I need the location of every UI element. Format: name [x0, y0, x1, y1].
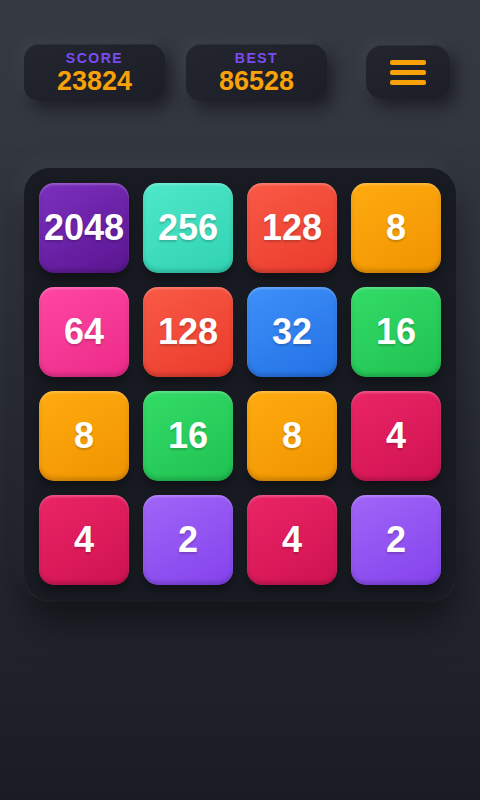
tile-8: 8 — [39, 391, 129, 481]
hamburger-icon — [390, 60, 426, 65]
best-panel: BEST 86528 — [186, 44, 327, 101]
board-grid: 20482561288641283216816844242 — [39, 183, 441, 585]
best-label: BEST — [235, 50, 278, 66]
tile-32: 32 — [247, 287, 337, 377]
tile-256: 256 — [143, 183, 233, 273]
best-value: 86528 — [219, 67, 294, 96]
tile-16: 16 — [351, 287, 441, 377]
hamburger-icon — [390, 70, 426, 75]
tile-8: 8 — [247, 391, 337, 481]
tile-8: 8 — [351, 183, 441, 273]
tile-4: 4 — [351, 391, 441, 481]
score-panel: SCORE 23824 — [24, 44, 165, 101]
tile-128: 128 — [143, 287, 233, 377]
tile-16: 16 — [143, 391, 233, 481]
tile-2: 2 — [143, 495, 233, 585]
tile-128: 128 — [247, 183, 337, 273]
tile-2: 2 — [351, 495, 441, 585]
tile-4: 4 — [39, 495, 129, 585]
game-board[interactable]: 20482561288641283216816844242 — [24, 168, 456, 600]
tile-4: 4 — [247, 495, 337, 585]
score-label: SCORE — [66, 50, 123, 66]
tile-64: 64 — [39, 287, 129, 377]
menu-button[interactable] — [366, 45, 450, 99]
tile-2048: 2048 — [39, 183, 129, 273]
hamburger-icon — [390, 80, 426, 85]
score-value: 23824 — [57, 67, 132, 96]
